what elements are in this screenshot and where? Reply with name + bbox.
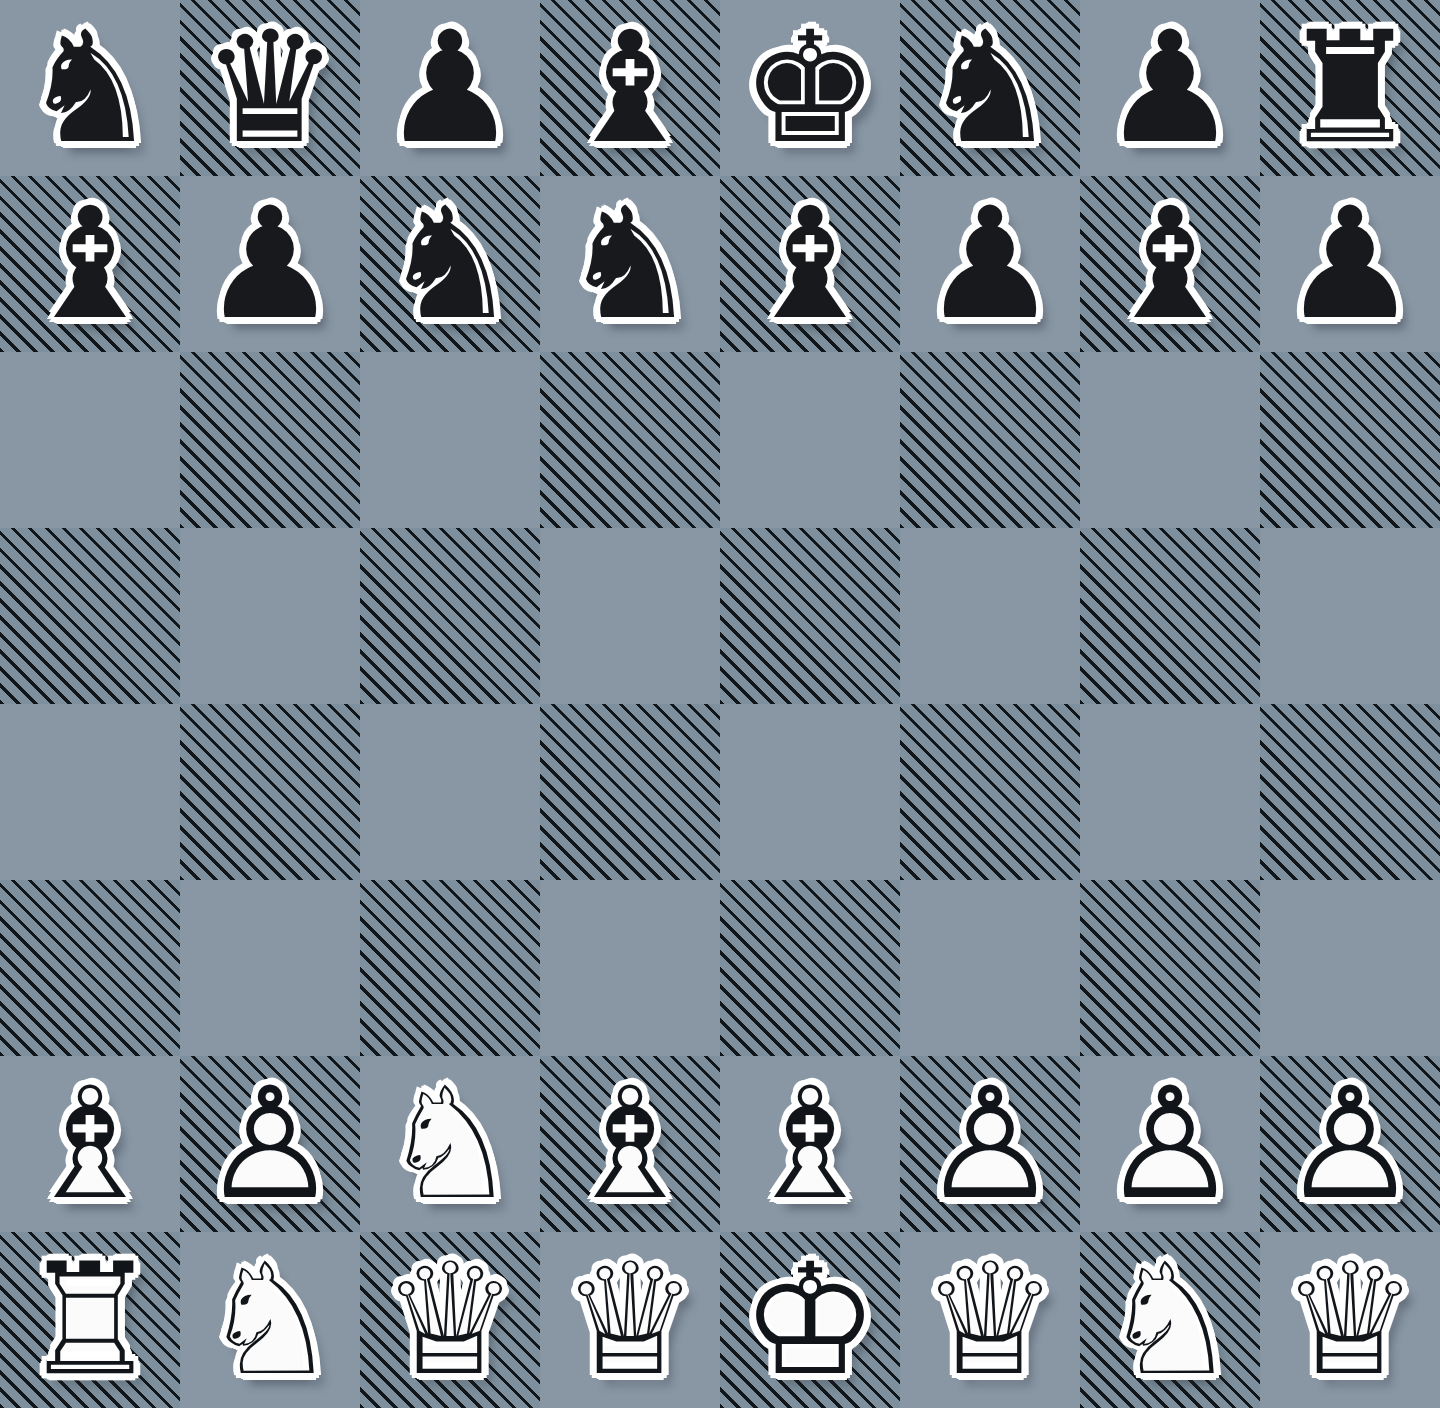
black-knight-icon: ♞ [900, 0, 1080, 176]
white-queen-outline-icon: ♕ [1260, 1232, 1440, 1408]
square-h7[interactable]: ♟ [1260, 176, 1440, 352]
square-e2[interactable]: ♝♗ [720, 1056, 900, 1232]
white-king-outline-icon: ♔ [720, 1232, 900, 1408]
white-king-piece[interactable]: ♚♔ [720, 1232, 900, 1408]
black-knight-piece[interactable]: ♞ [0, 0, 180, 176]
square-b6[interactable] [180, 352, 360, 528]
square-b1[interactable]: ♞♘ [180, 1232, 360, 1408]
black-rook-piece[interactable]: ♜ [1260, 0, 1440, 176]
black-knight-icon: ♞ [0, 0, 180, 176]
white-queen-piece[interactable]: ♛♕ [900, 1232, 1080, 1408]
white-pawn-outline-icon: ♙ [1260, 1056, 1440, 1232]
square-b5[interactable] [180, 528, 360, 704]
chess-board: ♞♛♟♝♚♞♟♜♝♟♞♞♝♟♝♟♝♗♟♙♞♘♝♗♝♗♟♙♟♙♟♙♜♖♞♘♛♕♛♕… [0, 0, 1440, 1408]
black-pawn-piece[interactable]: ♟ [360, 0, 540, 176]
white-pawn-piece[interactable]: ♟♙ [1080, 1056, 1260, 1232]
black-pawn-icon: ♟ [900, 176, 1080, 352]
white-queen-piece[interactable]: ♛♕ [360, 1232, 540, 1408]
square-g5[interactable] [1080, 528, 1260, 704]
square-g1[interactable]: ♞♘ [1080, 1232, 1260, 1408]
square-c7[interactable]: ♞ [360, 176, 540, 352]
square-d4[interactable] [540, 704, 720, 880]
black-knight-piece[interactable]: ♞ [540, 176, 720, 352]
white-knight-outline-icon: ♘ [1080, 1232, 1260, 1408]
square-d3[interactable] [540, 880, 720, 1056]
square-g2[interactable]: ♟♙ [1080, 1056, 1260, 1232]
white-knight-piece[interactable]: ♞♘ [180, 1232, 360, 1408]
white-queen-outline-icon: ♕ [540, 1232, 720, 1408]
square-h2[interactable]: ♟♙ [1260, 1056, 1440, 1232]
square-g4[interactable] [1080, 704, 1260, 880]
square-d5[interactable] [540, 528, 720, 704]
square-f5[interactable] [900, 528, 1080, 704]
square-g8[interactable]: ♟ [1080, 0, 1260, 176]
black-queen-piece[interactable]: ♛ [180, 0, 360, 176]
square-d7[interactable]: ♞ [540, 176, 720, 352]
square-f3[interactable] [900, 880, 1080, 1056]
square-d6[interactable] [540, 352, 720, 528]
black-pawn-icon: ♟ [180, 176, 360, 352]
square-d1[interactable]: ♛♕ [540, 1232, 720, 1408]
white-knight-outline-icon: ♘ [180, 1232, 360, 1408]
white-knight-outline-icon: ♘ [360, 1056, 540, 1232]
square-f8[interactable]: ♞ [900, 0, 1080, 176]
black-pawn-piece[interactable]: ♟ [900, 176, 1080, 352]
square-d8[interactable]: ♝ [540, 0, 720, 176]
square-b3[interactable] [180, 880, 360, 1056]
square-a1[interactable]: ♜♖ [0, 1232, 180, 1408]
white-queen-piece[interactable]: ♛♕ [540, 1232, 720, 1408]
black-pawn-icon: ♟ [1260, 176, 1440, 352]
square-b8[interactable]: ♛ [180, 0, 360, 176]
white-rook-piece[interactable]: ♜♖ [0, 1232, 180, 1408]
square-e1[interactable]: ♚♔ [720, 1232, 900, 1408]
black-queen-icon: ♛ [180, 0, 360, 176]
square-c5[interactable] [360, 528, 540, 704]
black-bishop-piece[interactable]: ♝ [540, 0, 720, 176]
white-queen-piece[interactable]: ♛♕ [1260, 1232, 1440, 1408]
black-bishop-icon: ♝ [720, 176, 900, 352]
black-knight-icon: ♞ [540, 176, 720, 352]
black-bishop-icon: ♝ [0, 176, 180, 352]
white-pawn-outline-icon: ♙ [900, 1056, 1080, 1232]
white-pawn-outline-icon: ♙ [1080, 1056, 1260, 1232]
white-pawn-piece[interactable]: ♟♙ [180, 1056, 360, 1232]
square-h6[interactable] [1260, 352, 1440, 528]
square-a6[interactable] [0, 352, 180, 528]
square-a8[interactable]: ♞ [0, 0, 180, 176]
square-e3[interactable] [720, 880, 900, 1056]
square-f2[interactable]: ♟♙ [900, 1056, 1080, 1232]
square-h5[interactable] [1260, 528, 1440, 704]
black-bishop-piece[interactable]: ♝ [1080, 176, 1260, 352]
square-a5[interactable] [0, 528, 180, 704]
square-a3[interactable] [0, 880, 180, 1056]
white-pawn-piece[interactable]: ♟♙ [900, 1056, 1080, 1232]
square-h1[interactable]: ♛♕ [1260, 1232, 1440, 1408]
black-knight-piece[interactable]: ♞ [360, 176, 540, 352]
square-e7[interactable]: ♝ [720, 176, 900, 352]
square-b2[interactable]: ♟♙ [180, 1056, 360, 1232]
black-pawn-icon: ♟ [360, 0, 540, 176]
white-knight-piece[interactable]: ♞♘ [360, 1056, 540, 1232]
white-pawn-outline-icon: ♙ [180, 1056, 360, 1232]
square-d2[interactable]: ♝♗ [540, 1056, 720, 1232]
white-queen-outline-icon: ♕ [360, 1232, 540, 1408]
black-knight-piece[interactable]: ♞ [900, 0, 1080, 176]
square-g6[interactable] [1080, 352, 1260, 528]
square-b4[interactable] [180, 704, 360, 880]
square-f4[interactable] [900, 704, 1080, 880]
black-rook-icon: ♜ [1260, 0, 1440, 176]
square-c6[interactable] [360, 352, 540, 528]
square-h4[interactable] [1260, 704, 1440, 880]
square-e8[interactable]: ♚ [720, 0, 900, 176]
square-c3[interactable] [360, 880, 540, 1056]
square-a7[interactable]: ♝ [0, 176, 180, 352]
square-e6[interactable] [720, 352, 900, 528]
square-f6[interactable] [900, 352, 1080, 528]
square-c1[interactable]: ♛♕ [360, 1232, 540, 1408]
black-pawn-piece[interactable]: ♟ [1260, 176, 1440, 352]
square-c8[interactable]: ♟ [360, 0, 540, 176]
black-king-icon: ♚ [720, 0, 900, 176]
black-bishop-icon: ♝ [1080, 176, 1260, 352]
square-f7[interactable]: ♟ [900, 176, 1080, 352]
square-a4[interactable] [0, 704, 180, 880]
black-bishop-piece[interactable]: ♝ [720, 176, 900, 352]
square-h8[interactable]: ♜ [1260, 0, 1440, 176]
white-pawn-piece[interactable]: ♟♙ [1260, 1056, 1440, 1232]
square-f1[interactable]: ♛♕ [900, 1232, 1080, 1408]
white-bishop-outline-icon: ♗ [540, 1056, 720, 1232]
square-h3[interactable] [1260, 880, 1440, 1056]
black-pawn-piece[interactable]: ♟ [180, 176, 360, 352]
square-g3[interactable] [1080, 880, 1260, 1056]
white-bishop-outline-icon: ♗ [0, 1056, 180, 1232]
white-knight-piece[interactable]: ♞♘ [1080, 1232, 1260, 1408]
black-pawn-piece[interactable]: ♟ [1080, 0, 1260, 176]
black-knight-icon: ♞ [360, 176, 540, 352]
white-bishop-piece[interactable]: ♝♗ [540, 1056, 720, 1232]
square-e5[interactable] [720, 528, 900, 704]
white-bishop-piece[interactable]: ♝♗ [720, 1056, 900, 1232]
black-bishop-piece[interactable]: ♝ [0, 176, 180, 352]
white-rook-outline-icon: ♖ [0, 1232, 180, 1408]
white-queen-outline-icon: ♕ [900, 1232, 1080, 1408]
black-king-piece[interactable]: ♚ [720, 0, 900, 176]
square-e4[interactable] [720, 704, 900, 880]
square-c2[interactable]: ♞♘ [360, 1056, 540, 1232]
black-pawn-icon: ♟ [1080, 0, 1260, 176]
white-bishop-outline-icon: ♗ [720, 1056, 900, 1232]
black-bishop-icon: ♝ [540, 0, 720, 176]
square-a2[interactable]: ♝♗ [0, 1056, 180, 1232]
square-g7[interactable]: ♝ [1080, 176, 1260, 352]
white-bishop-piece[interactable]: ♝♗ [0, 1056, 180, 1232]
square-b7[interactable]: ♟ [180, 176, 360, 352]
square-c4[interactable] [360, 704, 540, 880]
